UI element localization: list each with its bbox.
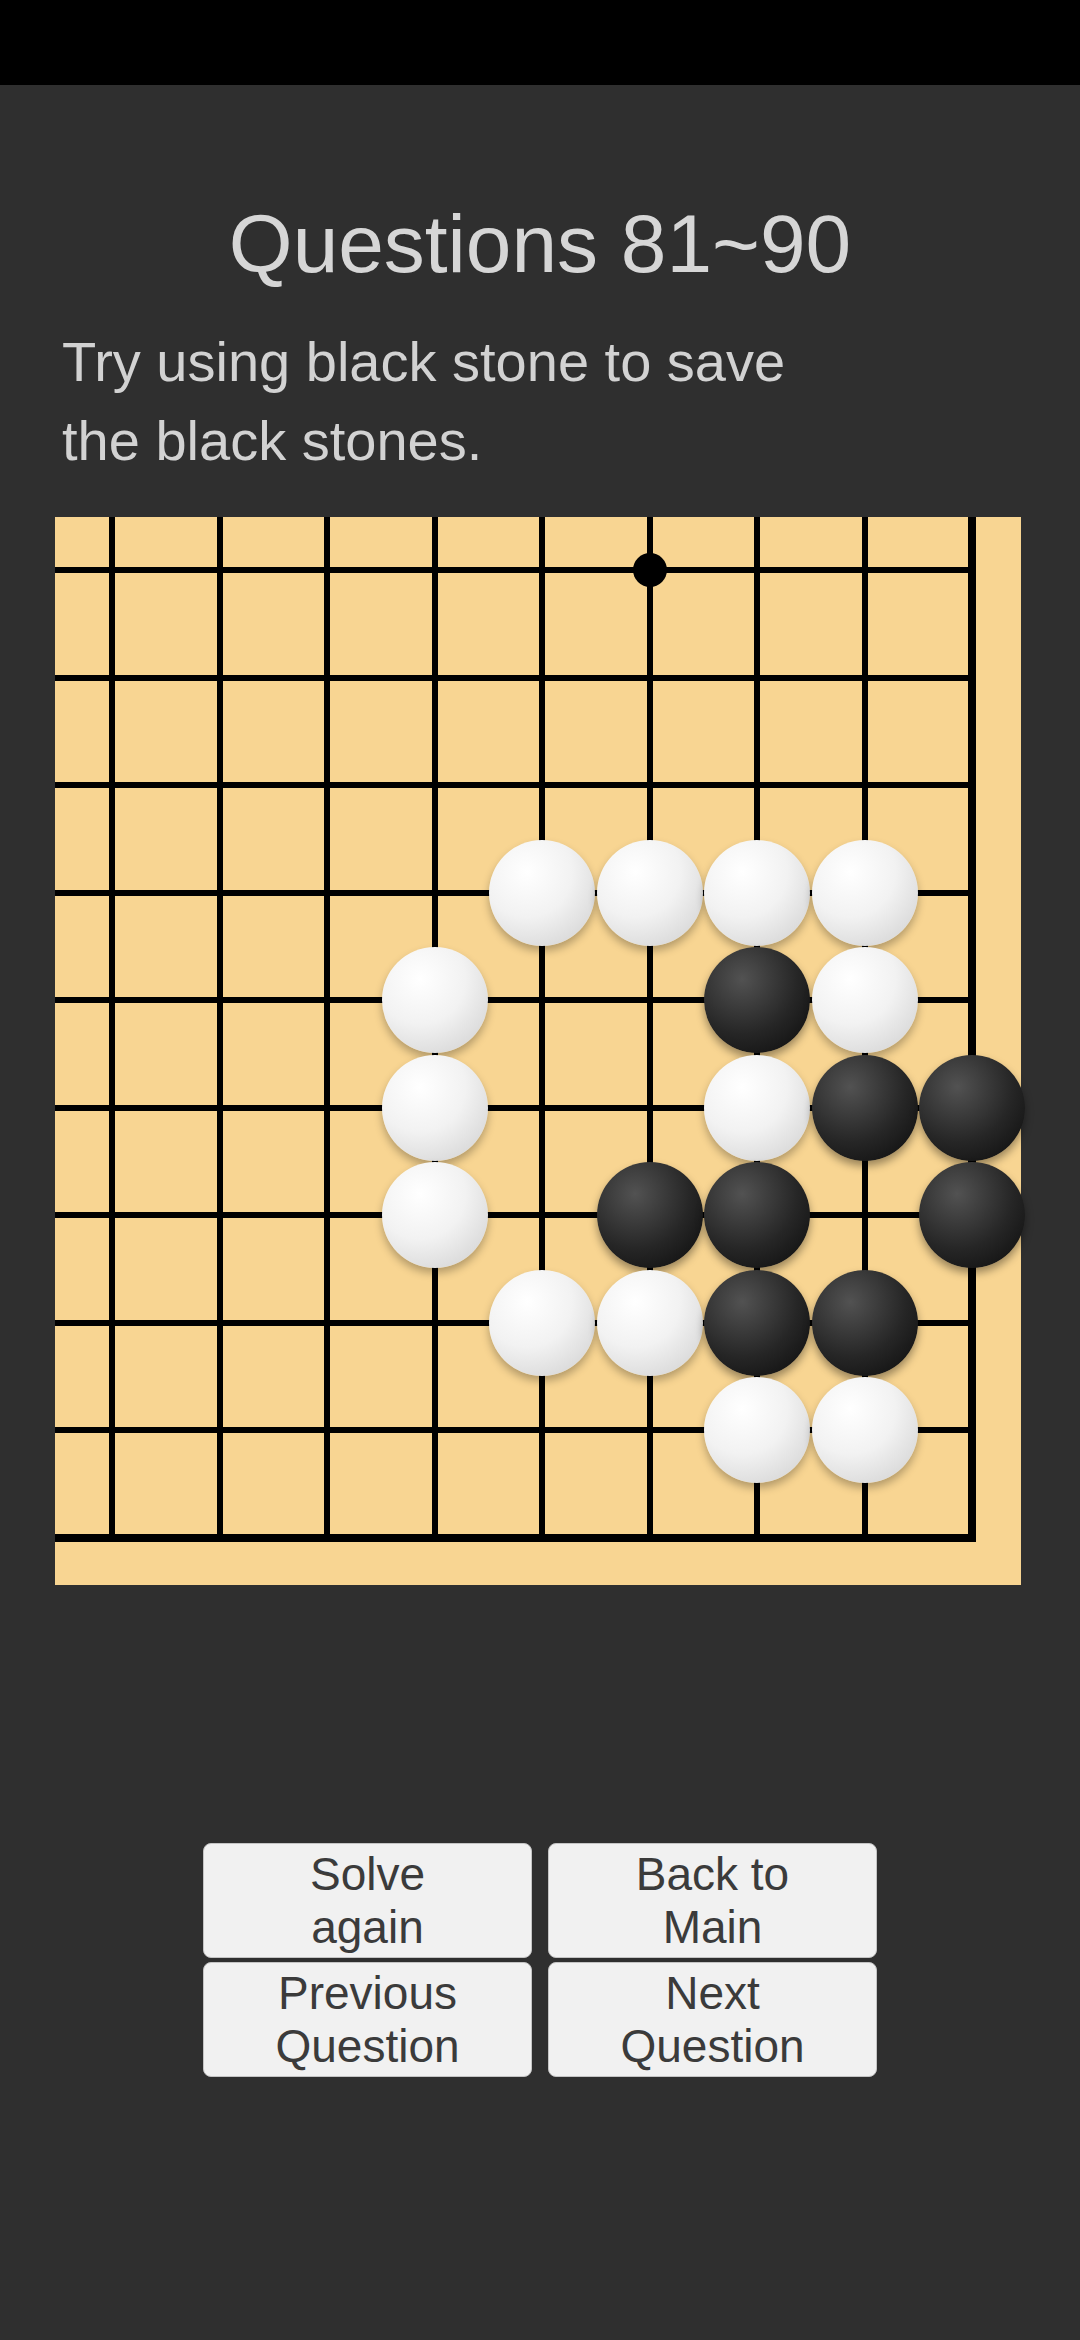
page-title: Questions 81~90 bbox=[0, 196, 1080, 292]
app-screen: Questions 81~90 Try using black stone to… bbox=[0, 0, 1080, 2340]
black-stone bbox=[704, 1162, 810, 1268]
white-stone bbox=[704, 1377, 810, 1483]
black-stone bbox=[919, 1162, 1025, 1268]
board-grid-line-vertical bbox=[539, 517, 545, 1542]
black-stone bbox=[704, 947, 810, 1053]
board-grid-line-vertical bbox=[109, 517, 115, 1542]
previous-question-button[interactable]: Previous Question bbox=[203, 1962, 532, 2077]
black-stone bbox=[704, 1270, 810, 1376]
board-grid-line-vertical bbox=[968, 517, 976, 1542]
white-stone bbox=[812, 1377, 918, 1483]
board-grid-line-horizontal bbox=[55, 1534, 976, 1542]
white-stone bbox=[704, 840, 810, 946]
board-grid-line-horizontal bbox=[55, 567, 976, 573]
white-stone bbox=[382, 947, 488, 1053]
board-grid-line-horizontal bbox=[55, 1212, 976, 1218]
solve-again-button[interactable]: Solve again bbox=[203, 1843, 532, 1958]
board-grid-line-horizontal bbox=[55, 782, 976, 788]
board-grid-line-horizontal bbox=[55, 675, 976, 681]
go-board[interactable] bbox=[55, 517, 1021, 1585]
puzzle-instruction: Try using black stone to save the black … bbox=[62, 322, 1018, 480]
board-grid-line-vertical bbox=[217, 517, 223, 1542]
status-bar bbox=[0, 0, 1080, 85]
white-stone bbox=[382, 1055, 488, 1161]
back-to-main-button[interactable]: Back to Main bbox=[548, 1843, 877, 1958]
black-stone bbox=[812, 1270, 918, 1376]
white-stone bbox=[704, 1055, 810, 1161]
white-stone bbox=[597, 840, 703, 946]
white-stone bbox=[382, 1162, 488, 1268]
black-stone bbox=[919, 1055, 1025, 1161]
white-stone bbox=[489, 840, 595, 946]
white-stone bbox=[812, 947, 918, 1053]
button-grid: Solve again Back to Main Previous Questi… bbox=[203, 1843, 877, 2077]
black-stone bbox=[597, 1162, 703, 1268]
board-grid-line-vertical bbox=[647, 517, 653, 1542]
next-question-button[interactable]: Next Question bbox=[548, 1962, 877, 2077]
star-point-marker bbox=[633, 553, 667, 587]
black-stone bbox=[812, 1055, 918, 1161]
board-grid-line-vertical bbox=[324, 517, 330, 1542]
white-stone bbox=[597, 1270, 703, 1376]
white-stone bbox=[489, 1270, 595, 1376]
white-stone bbox=[812, 840, 918, 946]
